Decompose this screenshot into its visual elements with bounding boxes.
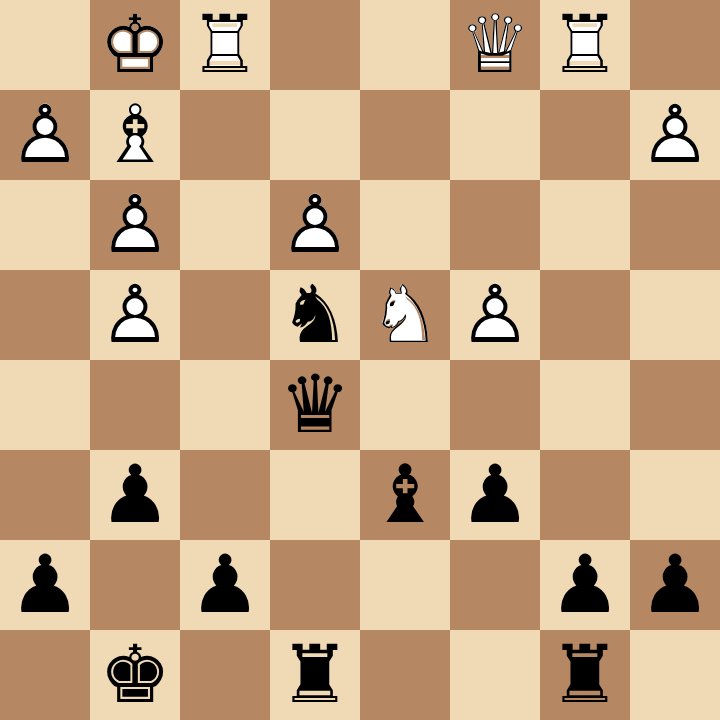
square-d7[interactable] <box>360 540 450 630</box>
square-e3[interactable]: ♟♙ <box>270 180 360 270</box>
square-a2[interactable]: ♟♙ <box>630 90 720 180</box>
square-d4[interactable]: ♞♘ <box>360 270 450 360</box>
square-h3[interactable] <box>0 180 90 270</box>
white-pawn[interactable]: ♟♙ <box>450 270 540 360</box>
square-c6[interactable]: ♟ <box>450 450 540 540</box>
square-h8[interactable] <box>0 630 90 720</box>
white-pawn-outline: ♙ <box>0 90 90 180</box>
square-e6[interactable] <box>270 450 360 540</box>
square-h5[interactable] <box>0 360 90 450</box>
square-f1[interactable]: ♜♖ <box>180 0 270 90</box>
square-e8[interactable]: ♜ <box>270 630 360 720</box>
square-e5[interactable]: ♛ <box>270 360 360 450</box>
square-c4[interactable]: ♟♙ <box>450 270 540 360</box>
square-b4[interactable] <box>540 270 630 360</box>
square-e4[interactable]: ♞ <box>270 270 360 360</box>
square-b1[interactable]: ♜♖ <box>540 0 630 90</box>
black-pawn[interactable]: ♟ <box>450 450 540 540</box>
white-rook-glyph: ♜ <box>180 0 270 90</box>
square-a1[interactable] <box>630 0 720 90</box>
white-pawn[interactable]: ♟♙ <box>270 180 360 270</box>
white-knight-glyph: ♞ <box>360 270 450 360</box>
square-g5[interactable] <box>90 360 180 450</box>
white-rook-outline: ♖ <box>180 0 270 90</box>
white-rook[interactable]: ♜♖ <box>540 0 630 90</box>
white-rook-outline: ♖ <box>540 0 630 90</box>
square-c3[interactable] <box>450 180 540 270</box>
square-g6[interactable]: ♟ <box>90 450 180 540</box>
white-king[interactable]: ♚♔ <box>90 0 180 90</box>
white-pawn-glyph: ♟ <box>630 90 720 180</box>
black-pawn-glyph: ♟ <box>450 450 540 540</box>
square-f7[interactable]: ♟ <box>180 540 270 630</box>
square-a5[interactable] <box>630 360 720 450</box>
black-knight[interactable]: ♞ <box>270 270 360 360</box>
square-h1[interactable] <box>0 0 90 90</box>
black-pawn[interactable]: ♟ <box>0 540 90 630</box>
black-pawn[interactable]: ♟ <box>540 540 630 630</box>
black-king[interactable]: ♚ <box>90 630 180 720</box>
white-knight-outline: ♘ <box>360 270 450 360</box>
square-d3[interactable] <box>360 180 450 270</box>
square-b8[interactable]: ♜ <box>540 630 630 720</box>
black-knight-glyph: ♞ <box>270 270 360 360</box>
black-pawn-glyph: ♟ <box>630 540 720 630</box>
white-pawn-outline: ♙ <box>270 180 360 270</box>
square-h6[interactable] <box>0 450 90 540</box>
white-pawn[interactable]: ♟♙ <box>90 180 180 270</box>
black-pawn-glyph: ♟ <box>0 540 90 630</box>
square-e7[interactable] <box>270 540 360 630</box>
square-h4[interactable] <box>0 270 90 360</box>
black-rook-glyph: ♜ <box>270 630 360 720</box>
square-a8[interactable] <box>630 630 720 720</box>
white-queen[interactable]: ♛♕ <box>450 0 540 90</box>
black-rook[interactable]: ♜ <box>270 630 360 720</box>
white-queen-glyph: ♛ <box>450 0 540 90</box>
white-pawn-outline: ♙ <box>630 90 720 180</box>
white-knight[interactable]: ♞♘ <box>360 270 450 360</box>
square-f4[interactable] <box>180 270 270 360</box>
black-rook-glyph: ♜ <box>540 630 630 720</box>
white-king-outline: ♔ <box>90 0 180 90</box>
square-d5[interactable] <box>360 360 450 450</box>
square-g8[interactable]: ♚ <box>90 630 180 720</box>
square-c5[interactable] <box>450 360 540 450</box>
square-d1[interactable] <box>360 0 450 90</box>
white-bishop-outline: ♗ <box>90 90 180 180</box>
square-b5[interactable] <box>540 360 630 450</box>
black-pawn-glyph: ♟ <box>540 540 630 630</box>
square-a7[interactable]: ♟ <box>630 540 720 630</box>
square-d8[interactable] <box>360 630 450 720</box>
square-g4[interactable]: ♟♙ <box>90 270 180 360</box>
square-g3[interactable]: ♟♙ <box>90 180 180 270</box>
white-pawn-glyph: ♟ <box>450 270 540 360</box>
white-bishop[interactable]: ♝♗ <box>90 90 180 180</box>
white-pawn-outline: ♙ <box>90 180 180 270</box>
square-d6[interactable]: ♝ <box>360 450 450 540</box>
black-pawn-glyph: ♟ <box>180 540 270 630</box>
square-f6[interactable] <box>180 450 270 540</box>
square-e2[interactable] <box>270 90 360 180</box>
square-f3[interactable] <box>180 180 270 270</box>
square-c7[interactable] <box>450 540 540 630</box>
black-queen-glyph: ♛ <box>270 360 360 450</box>
square-b7[interactable]: ♟ <box>540 540 630 630</box>
square-f2[interactable] <box>180 90 270 180</box>
square-f5[interactable] <box>180 360 270 450</box>
black-pawn[interactable]: ♟ <box>180 540 270 630</box>
square-g2[interactable]: ♝♗ <box>90 90 180 180</box>
black-pawn-glyph: ♟ <box>90 450 180 540</box>
square-a6[interactable] <box>630 450 720 540</box>
square-d2[interactable] <box>360 90 450 180</box>
chess-diagram: ♚♔♜♖♛♕♜♖♟♙♝♗♟♙♟♙♟♙♟♙♞♞♘♟♙♛♟♝♟♟♟♟♟♚♜♜ <box>0 0 720 720</box>
white-pawn[interactable]: ♟♙ <box>630 90 720 180</box>
square-b6[interactable] <box>540 450 630 540</box>
black-rook[interactable]: ♜ <box>540 630 630 720</box>
white-pawn-glyph: ♟ <box>270 180 360 270</box>
white-bishop-glyph: ♝ <box>90 90 180 180</box>
white-pawn-glyph: ♟ <box>90 270 180 360</box>
square-h2[interactable]: ♟♙ <box>0 90 90 180</box>
black-queen[interactable]: ♛ <box>270 360 360 450</box>
black-bishop-glyph: ♝ <box>360 450 450 540</box>
square-a3[interactable] <box>630 180 720 270</box>
white-pawn[interactable]: ♟♙ <box>0 90 90 180</box>
square-c2[interactable] <box>450 90 540 180</box>
white-pawn-outline: ♙ <box>90 270 180 360</box>
white-pawn-glyph: ♟ <box>0 90 90 180</box>
square-b2[interactable] <box>540 90 630 180</box>
chess-board: ♚♔♜♖♛♕♜♖♟♙♝♗♟♙♟♙♟♙♟♙♞♞♘♟♙♛♟♝♟♟♟♟♟♚♜♜ <box>0 0 720 720</box>
white-rook-glyph: ♜ <box>540 0 630 90</box>
white-queen-outline: ♕ <box>450 0 540 90</box>
square-g7[interactable] <box>90 540 180 630</box>
square-f8[interactable] <box>180 630 270 720</box>
square-c8[interactable] <box>450 630 540 720</box>
square-e1[interactable] <box>270 0 360 90</box>
black-pawn[interactable]: ♟ <box>90 450 180 540</box>
square-c1[interactable]: ♛♕ <box>450 0 540 90</box>
black-bishop[interactable]: ♝ <box>360 450 450 540</box>
black-king-glyph: ♚ <box>90 630 180 720</box>
square-h7[interactable]: ♟ <box>0 540 90 630</box>
square-b3[interactable] <box>540 180 630 270</box>
white-rook[interactable]: ♜♖ <box>180 0 270 90</box>
white-king-glyph: ♚ <box>90 0 180 90</box>
white-pawn[interactable]: ♟♙ <box>90 270 180 360</box>
white-pawn-outline: ♙ <box>450 270 540 360</box>
black-pawn[interactable]: ♟ <box>630 540 720 630</box>
square-a4[interactable] <box>630 270 720 360</box>
white-pawn-glyph: ♟ <box>90 180 180 270</box>
square-g1[interactable]: ♚♔ <box>90 0 180 90</box>
